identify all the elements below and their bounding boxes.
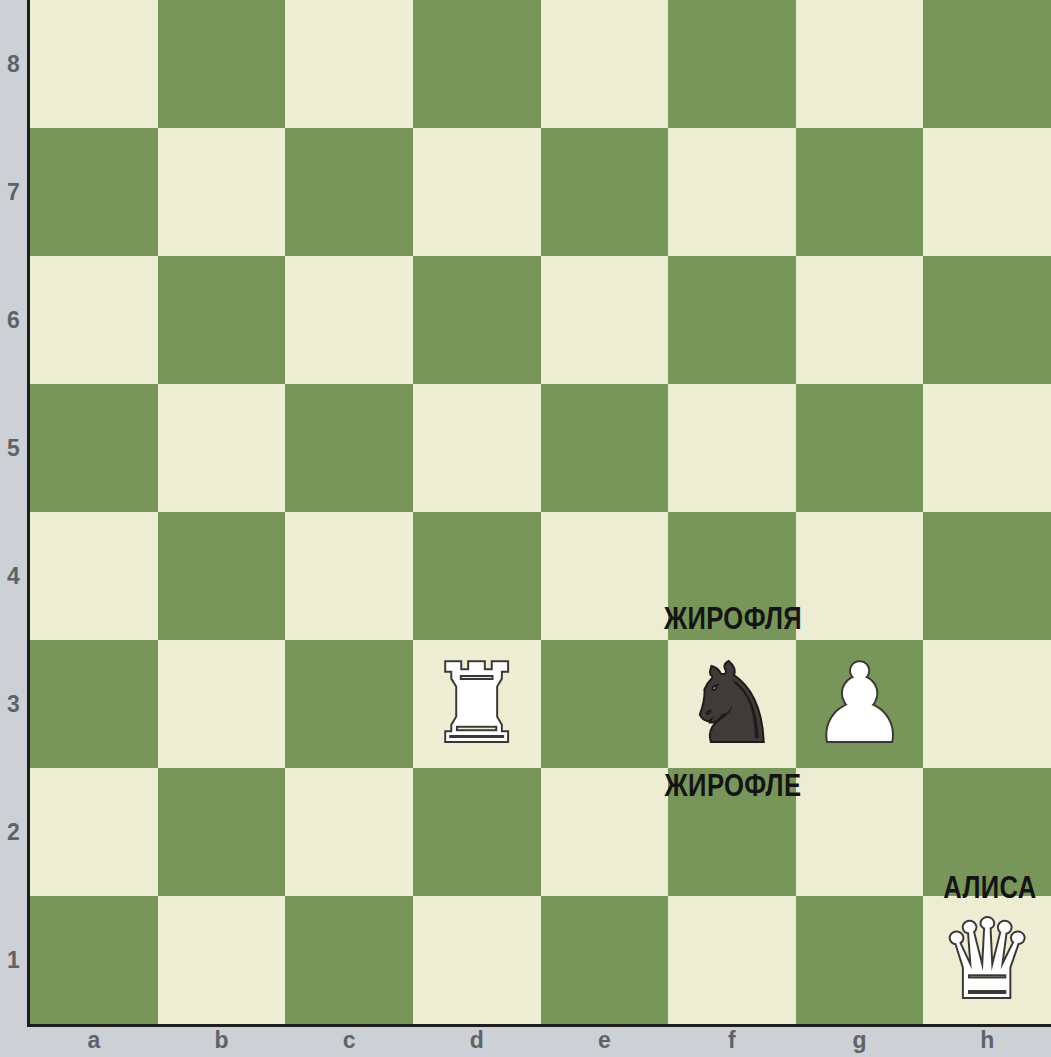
rank-label-5: 5	[0, 384, 27, 512]
square-c1[interactable]	[285, 896, 413, 1024]
square-b6[interactable]	[158, 256, 286, 384]
square-g7[interactable]	[796, 128, 924, 256]
square-b1[interactable]	[158, 896, 286, 1024]
square-c4[interactable]	[285, 512, 413, 640]
square-f6[interactable]	[668, 256, 796, 384]
square-e4[interactable]	[541, 512, 669, 640]
rank-label-6: 6	[0, 256, 27, 384]
square-d8[interactable]	[413, 0, 541, 128]
square-d7[interactable]	[413, 128, 541, 256]
file-label-c: c	[285, 1024, 413, 1057]
square-f3[interactable]: ♞	[668, 640, 796, 768]
white-rook[interactable]: ♜	[428, 650, 525, 758]
square-e8[interactable]	[541, 0, 669, 128]
square-d4[interactable]	[413, 512, 541, 640]
square-f7[interactable]	[668, 128, 796, 256]
square-c3[interactable]	[285, 640, 413, 768]
chess-board-screen: 87654321 ♜♞♟♛ abcdefgh ЖИРОФЛЯ ЖИРОФЛЕ А…	[0, 0, 1051, 1057]
square-h8[interactable]	[923, 0, 1051, 128]
square-c5[interactable]	[285, 384, 413, 512]
square-g4[interactable]	[796, 512, 924, 640]
square-g8[interactable]	[796, 0, 924, 128]
square-c2[interactable]	[285, 768, 413, 896]
square-h5[interactable]	[923, 384, 1051, 512]
square-h3[interactable]	[923, 640, 1051, 768]
file-label-a: a	[30, 1024, 158, 1057]
square-g6[interactable]	[796, 256, 924, 384]
square-c7[interactable]	[285, 128, 413, 256]
square-d5[interactable]	[413, 384, 541, 512]
square-e6[interactable]	[541, 256, 669, 384]
rank-label-8: 8	[0, 0, 27, 128]
square-e3[interactable]	[541, 640, 669, 768]
square-e2[interactable]	[541, 768, 669, 896]
square-b7[interactable]	[158, 128, 286, 256]
square-e7[interactable]	[541, 128, 669, 256]
square-f5[interactable]	[668, 384, 796, 512]
square-e5[interactable]	[541, 384, 669, 512]
square-a8[interactable]	[30, 0, 158, 128]
file-label-e: e	[541, 1024, 669, 1057]
white-pawn[interactable]: ♟	[811, 650, 908, 758]
annotation-black-knight-below: ЖИРОФЛЕ	[665, 769, 802, 801]
file-label-f: f	[668, 1024, 796, 1057]
square-h4[interactable]	[923, 512, 1051, 640]
white-queen[interactable]: ♛	[939, 906, 1036, 1014]
square-b8[interactable]	[158, 0, 286, 128]
square-b4[interactable]	[158, 512, 286, 640]
square-a5[interactable]	[30, 384, 158, 512]
square-a3[interactable]	[30, 640, 158, 768]
annotation-black-knight-above: ЖИРОФЛЯ	[664, 602, 802, 634]
square-d2[interactable]	[413, 768, 541, 896]
black-knight[interactable]: ♞	[684, 650, 781, 758]
square-d6[interactable]	[413, 256, 541, 384]
square-h1[interactable]: ♛	[923, 896, 1051, 1024]
square-g1[interactable]	[796, 896, 924, 1024]
file-coordinates: abcdefgh	[30, 1024, 1051, 1057]
square-b5[interactable]	[158, 384, 286, 512]
square-f1[interactable]	[668, 896, 796, 1024]
rank-label-1: 1	[0, 896, 27, 1024]
square-e1[interactable]	[541, 896, 669, 1024]
rank-label-4: 4	[0, 512, 27, 640]
square-c8[interactable]	[285, 0, 413, 128]
file-label-b: b	[158, 1024, 286, 1057]
square-a7[interactable]	[30, 128, 158, 256]
square-b2[interactable]	[158, 768, 286, 896]
square-h6[interactable]	[923, 256, 1051, 384]
file-label-g: g	[796, 1024, 924, 1057]
annotation-white-queen-above: АЛИСА	[943, 871, 1037, 903]
square-g3[interactable]: ♟	[796, 640, 924, 768]
file-label-d: d	[413, 1024, 541, 1057]
square-a2[interactable]	[30, 768, 158, 896]
square-d1[interactable]	[413, 896, 541, 1024]
square-g2[interactable]	[796, 768, 924, 896]
square-c6[interactable]	[285, 256, 413, 384]
square-d3[interactable]: ♜	[413, 640, 541, 768]
square-f8[interactable]	[668, 0, 796, 128]
rank-label-2: 2	[0, 768, 27, 896]
rank-label-3: 3	[0, 640, 27, 768]
rank-coordinates: 87654321	[0, 0, 27, 1024]
chess-board[interactable]: ♜♞♟♛	[27, 0, 1051, 1027]
square-g5[interactable]	[796, 384, 924, 512]
file-label-h: h	[923, 1024, 1051, 1057]
square-a6[interactable]	[30, 256, 158, 384]
rank-label-7: 7	[0, 128, 27, 256]
square-b3[interactable]	[158, 640, 286, 768]
square-a1[interactable]	[30, 896, 158, 1024]
square-a4[interactable]	[30, 512, 158, 640]
square-h7[interactable]	[923, 128, 1051, 256]
